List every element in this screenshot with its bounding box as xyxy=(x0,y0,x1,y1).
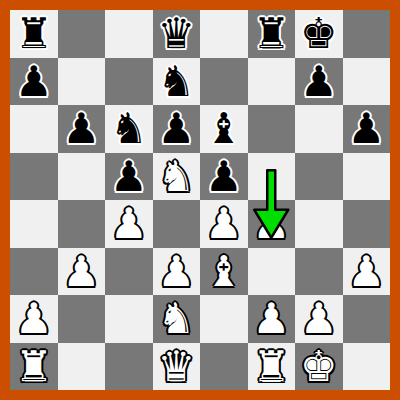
square-g6[interactable] xyxy=(295,105,343,153)
square-d2[interactable]: ♞ xyxy=(153,295,201,343)
chess-board: ♜♛♜♚♟♞♟♟♞♟♝♟♟♞♟♟♟♟♟♟♝♟♟♞♟♟♜♛♜♚ xyxy=(10,10,390,390)
black-pawn[interactable]: ♟ xyxy=(62,105,100,153)
square-a3[interactable] xyxy=(10,248,58,296)
square-d8[interactable]: ♛ xyxy=(153,10,201,58)
black-king[interactable]: ♚ xyxy=(300,10,338,58)
black-rook[interactable]: ♜ xyxy=(15,10,53,58)
square-e8[interactable] xyxy=(200,10,248,58)
black-knight[interactable]: ♞ xyxy=(157,58,195,106)
square-d7[interactable]: ♞ xyxy=(153,58,201,106)
black-pawn[interactable]: ♟ xyxy=(110,153,148,201)
square-f5[interactable] xyxy=(248,153,296,201)
black-pawn[interactable]: ♟ xyxy=(15,58,53,106)
square-c6[interactable]: ♞ xyxy=(105,105,153,153)
black-pawn[interactable]: ♟ xyxy=(205,153,243,201)
white-knight[interactable]: ♞ xyxy=(157,153,195,201)
square-f7[interactable] xyxy=(248,58,296,106)
square-b2[interactable] xyxy=(58,295,106,343)
black-pawn[interactable]: ♟ xyxy=(300,58,338,106)
white-queen[interactable]: ♛ xyxy=(157,343,195,391)
square-e3[interactable]: ♝ xyxy=(200,248,248,296)
square-d6[interactable]: ♟ xyxy=(153,105,201,153)
square-h3[interactable]: ♟ xyxy=(343,248,391,296)
square-f6[interactable] xyxy=(248,105,296,153)
square-b8[interactable] xyxy=(58,10,106,58)
black-bishop[interactable]: ♝ xyxy=(205,105,243,153)
square-c5[interactable]: ♟ xyxy=(105,153,153,201)
square-a8[interactable]: ♜ xyxy=(10,10,58,58)
square-a5[interactable] xyxy=(10,153,58,201)
square-f8[interactable]: ♜ xyxy=(248,10,296,58)
square-a2[interactable]: ♟ xyxy=(10,295,58,343)
white-rook[interactable]: ♜ xyxy=(252,343,290,391)
square-a1[interactable]: ♜ xyxy=(10,343,58,391)
white-pawn[interactable]: ♟ xyxy=(157,248,195,296)
white-knight[interactable]: ♞ xyxy=(157,295,195,343)
square-c7[interactable] xyxy=(105,58,153,106)
square-a4[interactable] xyxy=(10,200,58,248)
square-c3[interactable] xyxy=(105,248,153,296)
white-pawn[interactable]: ♟ xyxy=(62,248,100,296)
square-d5[interactable]: ♞ xyxy=(153,153,201,201)
square-g1[interactable]: ♚ xyxy=(295,343,343,391)
square-b5[interactable] xyxy=(58,153,106,201)
square-g4[interactable] xyxy=(295,200,343,248)
white-pawn[interactable]: ♟ xyxy=(347,248,385,296)
square-f1[interactable]: ♜ xyxy=(248,343,296,391)
white-rook[interactable]: ♜ xyxy=(15,343,53,391)
square-b7[interactable] xyxy=(58,58,106,106)
square-c8[interactable] xyxy=(105,10,153,58)
square-f2[interactable]: ♟ xyxy=(248,295,296,343)
square-h7[interactable] xyxy=(343,58,391,106)
black-pawn[interactable]: ♟ xyxy=(157,105,195,153)
square-h4[interactable] xyxy=(343,200,391,248)
square-h6[interactable]: ♟ xyxy=(343,105,391,153)
square-f4[interactable]: ♟ xyxy=(248,200,296,248)
square-c4[interactable]: ♟ xyxy=(105,200,153,248)
white-bishop[interactable]: ♝ xyxy=(205,248,243,296)
square-h2[interactable] xyxy=(343,295,391,343)
square-b4[interactable] xyxy=(58,200,106,248)
square-d1[interactable]: ♛ xyxy=(153,343,201,391)
black-queen[interactable]: ♛ xyxy=(157,10,195,58)
white-pawn[interactable]: ♟ xyxy=(205,200,243,248)
board-frame: ♜♛♜♚♟♞♟♟♞♟♝♟♟♞♟♟♟♟♟♟♝♟♟♞♟♟♜♛♜♚ xyxy=(0,0,400,400)
black-rook[interactable]: ♜ xyxy=(252,10,290,58)
square-e5[interactable]: ♟ xyxy=(200,153,248,201)
square-g7[interactable]: ♟ xyxy=(295,58,343,106)
square-e7[interactable] xyxy=(200,58,248,106)
square-g5[interactable] xyxy=(295,153,343,201)
square-c1[interactable] xyxy=(105,343,153,391)
square-h8[interactable] xyxy=(343,10,391,58)
square-b6[interactable]: ♟ xyxy=(58,105,106,153)
square-g2[interactable]: ♟ xyxy=(295,295,343,343)
square-d3[interactable]: ♟ xyxy=(153,248,201,296)
white-pawn[interactable]: ♟ xyxy=(15,295,53,343)
square-e4[interactable]: ♟ xyxy=(200,200,248,248)
black-knight[interactable]: ♞ xyxy=(110,105,148,153)
square-g3[interactable] xyxy=(295,248,343,296)
square-a7[interactable]: ♟ xyxy=(10,58,58,106)
square-c2[interactable] xyxy=(105,295,153,343)
black-pawn[interactable]: ♟ xyxy=(347,105,385,153)
square-e6[interactable]: ♝ xyxy=(200,105,248,153)
white-king[interactable]: ♚ xyxy=(300,343,338,391)
square-f3[interactable] xyxy=(248,248,296,296)
square-d4[interactable] xyxy=(153,200,201,248)
white-pawn[interactable]: ♟ xyxy=(110,200,148,248)
square-h5[interactable] xyxy=(343,153,391,201)
square-g8[interactable]: ♚ xyxy=(295,10,343,58)
square-b1[interactable] xyxy=(58,343,106,391)
white-pawn[interactable]: ♟ xyxy=(252,200,290,248)
white-pawn[interactable]: ♟ xyxy=(252,295,290,343)
square-e1[interactable] xyxy=(200,343,248,391)
square-b3[interactable]: ♟ xyxy=(58,248,106,296)
square-e2[interactable] xyxy=(200,295,248,343)
white-pawn[interactable]: ♟ xyxy=(300,295,338,343)
square-a6[interactable] xyxy=(10,105,58,153)
square-h1[interactable] xyxy=(343,343,391,391)
